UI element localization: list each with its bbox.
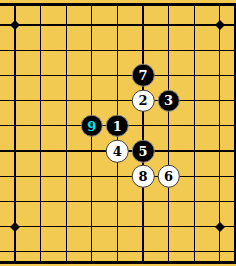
stone-white-8: 8 (132, 165, 155, 188)
grid-line-v (168, 4, 169, 263)
board-right-edge-line (234, 4, 236, 263)
star-point (10, 222, 20, 232)
grid-line-v (40, 4, 41, 263)
star-point (215, 222, 225, 232)
stone-move-number: 8 (138, 170, 147, 183)
stone-move-number: 1 (113, 119, 122, 132)
grid-line-v (66, 4, 67, 263)
grid-line-v (194, 4, 195, 263)
grid-line-v (142, 4, 143, 263)
stone-move-number: 4 (113, 145, 122, 158)
stone-move-number: 9 (87, 119, 96, 132)
stone-move-number: 5 (138, 145, 147, 158)
stone-move-number: 7 (138, 69, 147, 82)
stone-move-number: 3 (164, 94, 173, 107)
stone-move-number: 2 (138, 94, 147, 107)
stone-move-number: 6 (164, 170, 173, 183)
go-board-diagram[interactable]: 123456789 (0, 0, 236, 266)
stone-white-4: 4 (106, 140, 129, 163)
stone-white-6: 6 (157, 165, 180, 188)
star-point (215, 20, 225, 30)
star-point (10, 20, 20, 30)
stone-black-1: 1 (106, 115, 129, 138)
stone-black-3: 3 (157, 89, 180, 112)
stone-black-7: 7 (132, 64, 155, 87)
stone-black-5: 5 (132, 140, 155, 163)
stone-white-2: 2 (132, 89, 155, 112)
stone-black-9: 9 (81, 115, 104, 138)
